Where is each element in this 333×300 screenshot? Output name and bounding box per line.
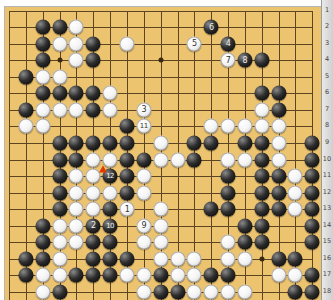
white-stone [170,152,185,167]
black-stone [204,202,219,217]
board-stage: 654783111212109 123456789101112131415161… [0,0,333,300]
black-stone [170,284,185,299]
black-stone [153,268,168,283]
black-stone [204,268,219,283]
row-coordinate-strip: 123456789101112131415161718 [321,0,333,300]
black-stone [254,202,269,217]
black-stone [35,36,50,51]
black-stone [103,268,118,283]
white-stone [237,119,252,134]
black-stone [119,185,134,200]
white-stone [35,119,50,134]
move-number-label: 5 [192,40,197,48]
white-stone [136,185,151,200]
black-stone [254,136,269,151]
white-stone-move-5: 5 [187,36,202,51]
black-stone [119,119,134,134]
white-stone [136,169,151,184]
row-label: 17 [322,270,332,278]
move-number-label: 12 [106,173,114,180]
black-stone [35,218,50,233]
white-stone [288,202,303,217]
black-stone [237,235,252,250]
white-stone [153,218,168,233]
white-stone-move-7: 7 [221,53,236,68]
black-stone [305,152,320,167]
black-stone [254,169,269,184]
white-stone [254,102,269,117]
white-stone [221,284,236,299]
white-stone [288,169,303,184]
black-stone-move-8: 8 [237,53,252,68]
black-stone [305,185,320,200]
black-stone [52,202,67,217]
black-stone [271,86,286,101]
white-stone [254,119,269,134]
black-stone [237,218,252,233]
black-stone [52,86,67,101]
black-stone [254,218,269,233]
black-stone [69,268,84,283]
black-stone [187,152,202,167]
black-stone [305,284,320,299]
black-stone [52,136,67,151]
black-stone [52,152,67,167]
white-stone [69,169,84,184]
white-stone [103,86,118,101]
black-stone [305,235,320,250]
white-stone [52,69,67,84]
black-stone [18,69,33,84]
black-stone [305,218,320,233]
white-stone [52,102,67,117]
black-stone [52,185,67,200]
white-stone [271,152,286,167]
black-stone [305,169,320,184]
black-stone [221,202,236,217]
move-number-label: 2 [91,222,96,230]
row-label: 3 [322,39,332,47]
row-label: 9 [322,138,332,146]
move-number-label: 1 [125,205,130,213]
white-stone [119,268,134,283]
black-stone [254,235,269,250]
row-label: 1 [322,6,332,14]
black-stone [187,136,202,151]
move-number-label: 4 [226,40,231,48]
white-stone [52,218,67,233]
black-stone-move-6: 6 [204,20,219,35]
white-stone [136,268,151,283]
white-stone [35,268,50,283]
black-stone [119,152,134,167]
black-stone [221,268,236,283]
move-number-label: 3 [142,106,147,114]
black-stone [35,251,50,266]
black-stone [86,86,101,101]
black-stone [35,86,50,101]
white-stone [288,268,303,283]
black-stone [69,136,84,151]
black-stone [119,169,134,184]
move-number-label: 9 [142,222,147,230]
row-label: 10 [322,155,332,163]
black-stone [103,202,118,217]
row-label: 2 [322,22,332,30]
row-label: 8 [322,121,332,129]
white-stone [288,185,303,200]
black-stone [254,86,269,101]
black-stone [86,36,101,51]
white-stone [69,102,84,117]
white-stone [170,251,185,266]
white-stone [187,268,202,283]
row-label: 18 [322,287,332,295]
white-stone [204,119,219,134]
black-stone [86,102,101,117]
black-stone [254,152,269,167]
black-stone [103,136,118,151]
white-stone [271,136,286,151]
go-app-window: 654783111212109 123456789101112131415161… [0,0,333,300]
black-stone [271,251,286,266]
white-stone [103,185,118,200]
white-stone [187,284,202,299]
white-stone [153,202,168,217]
white-stone [52,36,67,51]
white-stone [221,152,236,167]
black-stone [86,136,101,151]
move-number-label: 8 [243,56,248,64]
white-stone [187,251,202,266]
white-stone [35,102,50,117]
star-point-hoshi [259,256,264,261]
black-stone [103,251,118,266]
row-label: 4 [322,55,332,63]
white-stone [69,36,84,51]
white-stone [136,284,151,299]
black-stone [52,169,67,184]
black-stone-move-4: 4 [221,36,236,51]
black-stone [153,284,168,299]
black-stone [18,251,33,266]
white-stone [237,284,252,299]
white-stone [69,20,84,35]
black-stone-move-10: 10 [103,218,118,233]
move-number-label: 10 [106,222,114,229]
black-stone [69,152,84,167]
black-stone [305,268,320,283]
white-stone [153,136,168,151]
black-stone [254,53,269,68]
black-stone [221,185,236,200]
white-stone [35,69,50,84]
white-stone [69,202,84,217]
white-stone [221,119,236,134]
white-stone [69,185,84,200]
triangle-marker [99,166,107,173]
white-stone-move-11: 11 [136,119,151,134]
black-stone [52,20,67,35]
black-stone [271,169,286,184]
white-stone [237,152,252,167]
black-stone [86,53,101,68]
black-stone [35,235,50,250]
white-stone-move-3: 3 [136,102,151,117]
white-stone [52,235,67,250]
row-label: 6 [322,88,332,96]
black-stone [288,284,303,299]
row-label: 14 [322,221,332,229]
white-stone [35,284,50,299]
row-label: 11 [322,171,332,179]
go-board[interactable]: 654783111212109 [4,6,323,300]
move-number-label: 11 [140,123,148,130]
black-stone [271,102,286,117]
row-label: 5 [322,72,332,80]
black-stone [237,136,252,151]
black-stone [204,136,219,151]
black-stone [136,152,151,167]
grid-line-vertical [211,11,212,300]
white-stone [52,268,67,283]
move-number-label: 6 [209,23,214,31]
black-stone [86,268,101,283]
white-stone [69,53,84,68]
black-stone [103,235,118,250]
white-stone [153,235,168,250]
black-stone [18,102,33,117]
black-stone [288,251,303,266]
white-stone-move-1: 1 [119,202,134,217]
white-stone [52,251,67,266]
white-stone [153,152,168,167]
white-stone [86,202,101,217]
white-stone [86,185,101,200]
black-stone [119,251,134,266]
black-stone [119,136,134,151]
black-stone [35,20,50,35]
row-label: 16 [322,254,332,262]
white-stone [221,251,236,266]
white-stone [69,235,84,250]
grid-line-horizontal [9,11,313,12]
black-stone [18,268,33,283]
black-stone [254,185,269,200]
black-stone [305,136,320,151]
white-stone [136,235,151,250]
white-stone [153,251,168,266]
black-stone [271,202,286,217]
row-label: 12 [322,188,332,196]
move-number-label: 7 [226,56,231,64]
row-label: 15 [322,237,332,245]
white-stone [221,235,236,250]
white-stone [119,36,134,51]
black-stone [35,53,50,68]
white-stone [204,284,219,299]
row-label: 13 [322,204,332,212]
white-stone [237,251,252,266]
black-stone [86,251,101,266]
white-stone [69,218,84,233]
white-stone-move-9: 9 [136,218,151,233]
white-stone [271,268,286,283]
black-stone [271,185,286,200]
grid-line-vertical [9,11,10,300]
black-stone [86,235,101,250]
black-stone [52,284,67,299]
black-stone-move-2: 2 [86,218,101,233]
black-stone [305,202,320,217]
white-stone [170,268,185,283]
star-point-hoshi [158,58,163,63]
black-stone [69,86,84,101]
row-label: 7 [322,105,332,113]
white-stone [18,119,33,134]
star-point-hoshi [57,58,62,63]
black-stone [221,169,236,184]
white-stone [271,119,286,134]
white-stone [103,102,118,117]
